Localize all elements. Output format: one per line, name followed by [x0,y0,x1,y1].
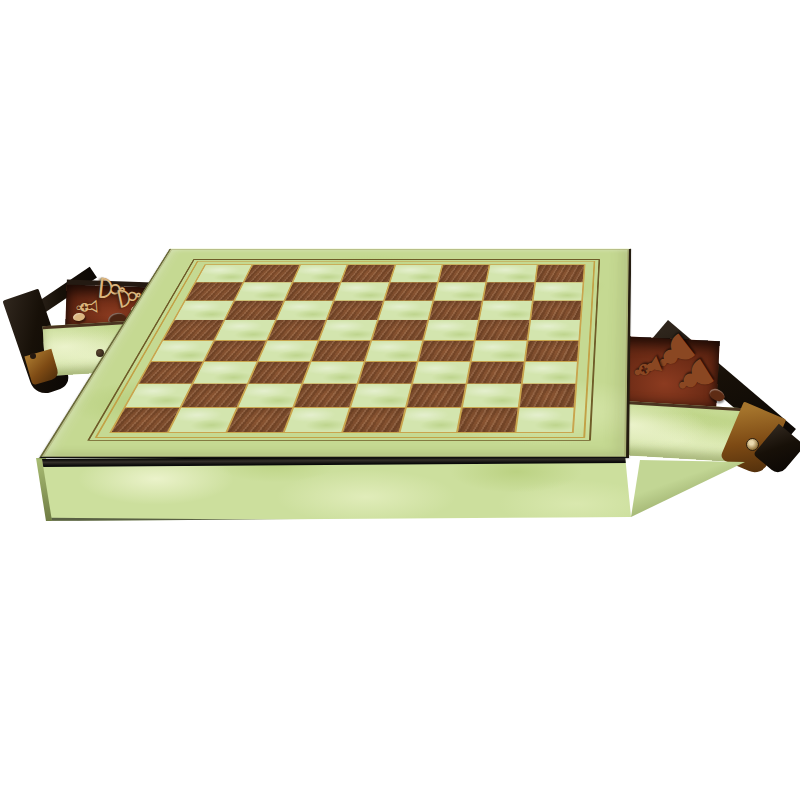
square [285,283,340,301]
square [531,301,581,320]
square [384,283,437,301]
square [164,320,224,340]
square [303,362,363,384]
pinstripe-outer-frame [87,259,600,440]
square [429,301,482,320]
left-drawer-front-panel [43,320,152,376]
square [519,384,575,407]
square [249,362,310,384]
square [186,283,243,301]
square [487,265,536,282]
square [365,341,422,362]
square [390,265,441,282]
square [293,265,346,282]
square [468,362,524,384]
square [152,341,214,362]
square [522,362,576,384]
square [268,320,326,340]
square [182,384,246,407]
square [378,301,432,320]
square [277,301,333,320]
square [245,265,299,282]
square [458,408,517,432]
square [472,341,526,362]
square [169,408,235,432]
square [536,265,584,282]
square [196,265,251,282]
square [413,362,470,384]
base-front-face [36,450,636,522]
square [419,341,475,362]
square [439,265,489,282]
square [528,320,580,340]
square [424,320,478,340]
square [463,384,520,407]
square [407,384,466,407]
square [112,408,180,432]
square [525,341,578,362]
square [320,320,377,340]
left-drawer-screw [30,353,36,359]
square [226,301,283,320]
square [358,362,416,384]
square [342,265,394,282]
square [327,301,382,320]
square [126,384,192,407]
right-drawer-knob [746,438,759,451]
square [294,384,356,407]
square [205,341,266,362]
square [285,408,348,432]
square [351,384,411,407]
square [227,408,292,432]
square [175,301,234,320]
square [194,362,256,384]
square [236,283,292,301]
square [238,384,301,407]
square [401,408,462,432]
pinstripe-gold-frame [95,261,596,438]
base-right-side-face [620,455,750,521]
square [312,341,370,362]
square [484,283,534,301]
square [343,408,405,432]
square [216,320,275,340]
checkerboard [109,264,585,432]
square [476,320,529,340]
square [533,283,582,301]
square [372,320,427,340]
square [335,283,389,301]
square [480,301,532,320]
square [258,341,317,362]
chess-board-product-photo: ♙♙♗ ♟♟♝ [0,0,800,800]
square [434,283,485,301]
left-drawer-knob [96,349,104,357]
square [516,408,574,432]
